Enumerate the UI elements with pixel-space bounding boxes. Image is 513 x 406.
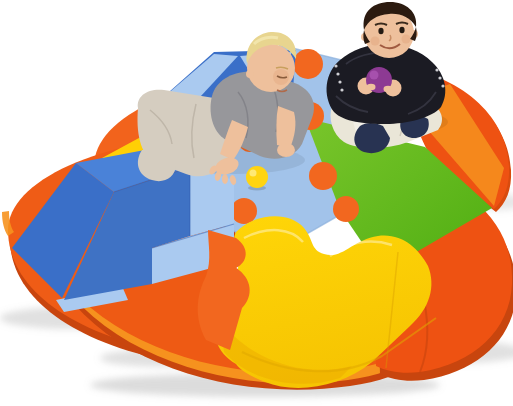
baby-finger-3 — [222, 174, 228, 184]
purple-ball-highlight — [370, 71, 379, 80]
puzzle-tab-7 — [231, 198, 257, 224]
photo-soft-play-set — [0, 0, 513, 406]
baby-right-hand — [277, 143, 295, 157]
boy-thumb-right — [384, 86, 393, 92]
puzzle-tab-4 — [333, 196, 359, 222]
yellow-ball — [246, 166, 268, 188]
scene-illustration — [0, 0, 513, 406]
boy-eye-left — [378, 28, 383, 34]
puzzle-tab-1 — [293, 49, 323, 79]
baby-ear — [246, 70, 254, 78]
loose-balls — [246, 166, 268, 191]
boy-thumb-left — [367, 84, 376, 90]
yellow-ball-highlight — [250, 170, 257, 177]
boy-cheek-right — [402, 35, 411, 44]
puzzle-tab-3 — [309, 162, 337, 190]
boy-eye-right — [399, 27, 404, 33]
boy — [327, 2, 448, 153]
boy-cheek-left — [371, 37, 380, 46]
